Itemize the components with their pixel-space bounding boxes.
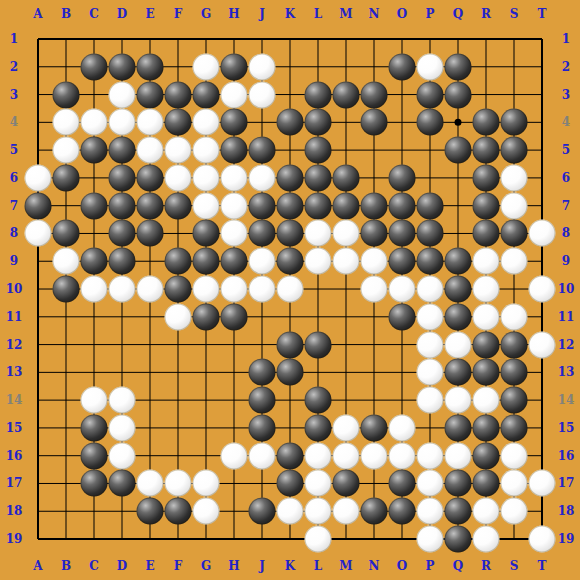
white-stone-E10: [137, 276, 164, 303]
white-stone-H7: [221, 192, 248, 219]
row-label-right: 4: [562, 115, 570, 129]
white-stone-G4: [193, 109, 220, 136]
black-stone-O8: [389, 220, 416, 247]
black-stone-N8: [361, 220, 388, 247]
black-stone-B10: [53, 276, 80, 303]
black-stone-Q13: [445, 359, 472, 386]
black-stone-E3: [137, 81, 164, 108]
white-stone-C14: [81, 387, 108, 414]
black-stone-P7: [417, 192, 444, 219]
column-label-top: K: [285, 7, 295, 21]
black-stone-S13: [501, 359, 528, 386]
white-stone-T19: [529, 526, 556, 553]
column-label-bottom: E: [145, 559, 154, 573]
black-stone-B3: [53, 81, 80, 108]
column-label-bottom: D: [117, 559, 127, 573]
column-label-top: P: [425, 7, 434, 21]
white-stone-O10: [389, 276, 416, 303]
row-label-right: 7: [562, 199, 570, 213]
white-stone-B5: [53, 137, 80, 164]
column-label-bottom: R: [481, 559, 491, 573]
black-stone-J18: [249, 498, 276, 525]
white-stone-L8: [305, 220, 332, 247]
black-stone-L4: [305, 109, 332, 136]
black-stone-O17: [389, 470, 416, 497]
black-stone-J8: [249, 220, 276, 247]
row-label-left: 18: [6, 504, 23, 518]
black-stone-F4: [165, 109, 192, 136]
row-label-left: 5: [10, 143, 18, 157]
black-stone-G11: [193, 303, 220, 330]
row-label-right: 11: [558, 310, 575, 324]
black-stone-R17: [473, 470, 500, 497]
white-stone-J6: [249, 164, 276, 191]
row-label-left: 16: [6, 449, 23, 463]
column-label-top: G: [201, 7, 211, 21]
black-stone-K7: [277, 192, 304, 219]
white-stone-Q12: [445, 331, 472, 358]
black-stone-N15: [361, 414, 388, 441]
row-label-left: 10: [6, 282, 23, 296]
row-label-right: 6: [562, 171, 570, 185]
black-stone-N4: [361, 109, 388, 136]
column-label-top: L: [314, 7, 322, 21]
black-stone-C15: [81, 414, 108, 441]
black-stone-M17: [333, 470, 360, 497]
white-stone-S16: [501, 442, 528, 469]
white-stone-D16: [109, 442, 136, 469]
black-stone-S8: [501, 220, 528, 247]
black-stone-O6: [389, 164, 416, 191]
white-stone-J2: [249, 53, 276, 80]
black-stone-B6: [53, 164, 80, 191]
white-stone-S7: [501, 192, 528, 219]
row-label-left: 14: [6, 393, 23, 407]
black-stone-Q17: [445, 470, 472, 497]
white-stone-M15: [333, 414, 360, 441]
black-stone-M6: [333, 164, 360, 191]
black-stone-K6: [277, 164, 304, 191]
white-stone-F11: [165, 303, 192, 330]
black-stone-R12: [473, 331, 500, 358]
white-stone-E4: [137, 109, 164, 136]
white-stone-P18: [417, 498, 444, 525]
white-stone-L18: [305, 498, 332, 525]
white-stone-G5: [193, 137, 220, 164]
white-stone-P13: [417, 359, 444, 386]
white-stone-F6: [165, 164, 192, 191]
row-label-left: 9: [10, 254, 18, 268]
black-stone-Q3: [445, 81, 472, 108]
column-label-top: D: [117, 7, 127, 21]
black-stone-K12: [277, 331, 304, 358]
white-stone-M18: [333, 498, 360, 525]
row-label-left: 4: [10, 115, 18, 129]
white-stone-D14: [109, 387, 136, 414]
column-label-top: R: [481, 7, 491, 21]
white-stone-P2: [417, 53, 444, 80]
column-label-bottom: C: [89, 559, 99, 573]
white-stone-A6: [25, 164, 52, 191]
black-stone-O7: [389, 192, 416, 219]
column-label-bottom: P: [425, 559, 434, 573]
white-stone-O16: [389, 442, 416, 469]
black-stone-Q9: [445, 248, 472, 275]
column-label-top: C: [89, 7, 99, 21]
row-label-left: 11: [6, 310, 23, 324]
white-stone-N9: [361, 248, 388, 275]
white-stone-T12: [529, 331, 556, 358]
white-stone-J3: [249, 81, 276, 108]
black-stone-E7: [137, 192, 164, 219]
column-label-bottom: G: [201, 559, 211, 573]
black-stone-G3: [193, 81, 220, 108]
black-stone-Q11: [445, 303, 472, 330]
black-stone-E2: [137, 53, 164, 80]
black-stone-F7: [165, 192, 192, 219]
white-stone-S17: [501, 470, 528, 497]
black-stone-S12: [501, 331, 528, 358]
black-stone-D7: [109, 192, 136, 219]
black-stone-F3: [165, 81, 192, 108]
column-label-bottom: L: [314, 559, 322, 573]
black-stone-D5: [109, 137, 136, 164]
black-stone-J7: [249, 192, 276, 219]
white-stone-C4: [81, 109, 108, 136]
white-stone-P19: [417, 526, 444, 553]
row-label-right: 15: [558, 421, 575, 435]
column-label-top: B: [61, 7, 71, 21]
black-stone-S14: [501, 387, 528, 414]
black-stone-L14: [305, 387, 332, 414]
row-label-left: 12: [6, 338, 23, 352]
black-stone-Q15: [445, 414, 472, 441]
white-stone-E17: [137, 470, 164, 497]
white-stone-J10: [249, 276, 276, 303]
black-stone-Q5: [445, 137, 472, 164]
black-stone-K4: [277, 109, 304, 136]
white-stone-B4: [53, 109, 80, 136]
column-label-top: T: [538, 7, 547, 21]
black-stone-K16: [277, 442, 304, 469]
column-label-top: N: [369, 7, 380, 21]
column-label-top: J: [259, 7, 265, 21]
white-stone-Q14: [445, 387, 472, 414]
white-stone-M9: [333, 248, 360, 275]
white-stone-G7: [193, 192, 220, 219]
white-stone-D10: [109, 276, 136, 303]
white-stone-H16: [221, 442, 248, 469]
row-label-right: 14: [558, 393, 575, 407]
row-label-right: 5: [562, 143, 570, 157]
black-stone-R13: [473, 359, 500, 386]
white-stone-H6: [221, 164, 248, 191]
column-label-bottom: J: [259, 559, 265, 573]
white-stone-P11: [417, 303, 444, 330]
white-stone-L17: [305, 470, 332, 497]
column-label-bottom: A: [33, 559, 42, 573]
white-stone-D15: [109, 414, 136, 441]
black-stone-R4: [473, 109, 500, 136]
row-label-left: 1: [10, 32, 18, 46]
column-label-top: S: [510, 7, 519, 21]
row-label-right: 13: [558, 365, 575, 379]
black-stone-D8: [109, 220, 136, 247]
white-stone-P14: [417, 387, 444, 414]
black-stone-H11: [221, 303, 248, 330]
black-stone-K17: [277, 470, 304, 497]
black-stone-D2: [109, 53, 136, 80]
column-label-bottom: N: [369, 559, 380, 573]
black-stone-P9: [417, 248, 444, 275]
black-stone-F9: [165, 248, 192, 275]
row-label-right: 8: [562, 226, 570, 240]
row-label-right: 10: [558, 282, 575, 296]
black-stone-R8: [473, 220, 500, 247]
white-stone-J16: [249, 442, 276, 469]
black-stone-C7: [81, 192, 108, 219]
white-stone-H3: [221, 81, 248, 108]
black-stone-D17: [109, 470, 136, 497]
column-label-bottom: O: [397, 559, 407, 573]
white-stone-K18: [277, 498, 304, 525]
black-stone-J15: [249, 414, 276, 441]
white-stone-N10: [361, 276, 388, 303]
black-stone-O11: [389, 303, 416, 330]
black-stone-S15: [501, 414, 528, 441]
row-label-left: 15: [6, 421, 23, 435]
white-stone-S11: [501, 303, 528, 330]
black-stone-C2: [81, 53, 108, 80]
black-stone-D6: [109, 164, 136, 191]
black-stone-N7: [361, 192, 388, 219]
column-label-bottom: Q: [453, 559, 463, 573]
black-stone-H5: [221, 137, 248, 164]
row-label-left: 3: [10, 88, 18, 102]
black-stone-Q19: [445, 526, 472, 553]
black-stone-Q18: [445, 498, 472, 525]
black-stone-R7: [473, 192, 500, 219]
black-stone-C17: [81, 470, 108, 497]
white-stone-L16: [305, 442, 332, 469]
black-stone-H9: [221, 248, 248, 275]
white-stone-S18: [501, 498, 528, 525]
row-label-right: 1: [562, 32, 570, 46]
black-stone-G8: [193, 220, 220, 247]
row-label-right: 19: [558, 532, 575, 546]
white-stone-O15: [389, 414, 416, 441]
black-stone-J5: [249, 137, 276, 164]
white-stone-P17: [417, 470, 444, 497]
black-stone-S5: [501, 137, 528, 164]
white-stone-S9: [501, 248, 528, 275]
black-stone-J13: [249, 359, 276, 386]
black-stone-L7: [305, 192, 332, 219]
column-label-top: O: [397, 7, 407, 21]
column-label-bottom: F: [174, 559, 183, 573]
black-stone-C5: [81, 137, 108, 164]
star-point: [455, 119, 462, 126]
white-stone-N16: [361, 442, 388, 469]
column-label-bottom: T: [538, 559, 547, 573]
white-stone-R19: [473, 526, 500, 553]
black-stone-Q10: [445, 276, 472, 303]
white-stone-R11: [473, 303, 500, 330]
black-stone-O18: [389, 498, 416, 525]
black-stone-K8: [277, 220, 304, 247]
white-stone-L19: [305, 526, 332, 553]
row-label-left: 17: [6, 476, 23, 490]
white-stone-R18: [473, 498, 500, 525]
black-stone-P8: [417, 220, 444, 247]
black-stone-P4: [417, 109, 444, 136]
black-stone-H4: [221, 109, 248, 136]
black-stone-L5: [305, 137, 332, 164]
column-label-top: M: [339, 7, 352, 21]
black-stone-H2: [221, 53, 248, 80]
black-stone-E8: [137, 220, 164, 247]
white-stone-P16: [417, 442, 444, 469]
white-stone-G17: [193, 470, 220, 497]
white-stone-K10: [277, 276, 304, 303]
white-stone-T10: [529, 276, 556, 303]
white-stone-Q16: [445, 442, 472, 469]
black-stone-P3: [417, 81, 444, 108]
column-label-top: H: [228, 7, 239, 21]
black-stone-R6: [473, 164, 500, 191]
white-stone-G2: [193, 53, 220, 80]
column-label-bottom: M: [339, 559, 352, 573]
black-stone-K9: [277, 248, 304, 275]
row-label-left: 7: [10, 199, 18, 213]
column-label-bottom: S: [510, 559, 519, 573]
row-label-left: 6: [10, 171, 18, 185]
row-label-right: 3: [562, 88, 570, 102]
black-stone-O9: [389, 248, 416, 275]
row-label-left: 19: [6, 532, 23, 546]
black-stone-G9: [193, 248, 220, 275]
black-stone-L3: [305, 81, 332, 108]
column-label-top: A: [33, 7, 42, 21]
column-label-top: E: [145, 7, 154, 21]
white-stone-T17: [529, 470, 556, 497]
white-stone-H8: [221, 220, 248, 247]
white-stone-F17: [165, 470, 192, 497]
white-stone-J9: [249, 248, 276, 275]
white-stone-D4: [109, 109, 136, 136]
white-stone-B9: [53, 248, 80, 275]
white-stone-D3: [109, 81, 136, 108]
black-stone-F18: [165, 498, 192, 525]
row-label-right: 12: [558, 338, 575, 352]
black-stone-D9: [109, 248, 136, 275]
black-stone-O2: [389, 53, 416, 80]
white-stone-E5: [137, 137, 164, 164]
white-stone-G6: [193, 164, 220, 191]
black-stone-S4: [501, 109, 528, 136]
column-label-top: Q: [453, 7, 463, 21]
white-stone-H10: [221, 276, 248, 303]
row-label-left: 8: [10, 226, 18, 240]
white-stone-S6: [501, 164, 528, 191]
black-stone-F10: [165, 276, 192, 303]
black-stone-R5: [473, 137, 500, 164]
black-stone-B8: [53, 220, 80, 247]
white-stone-M16: [333, 442, 360, 469]
black-stone-M7: [333, 192, 360, 219]
black-stone-Q2: [445, 53, 472, 80]
white-stone-L9: [305, 248, 332, 275]
row-label-right: 2: [562, 60, 570, 74]
black-stone-N3: [361, 81, 388, 108]
black-stone-A7: [25, 192, 52, 219]
black-stone-M3: [333, 81, 360, 108]
column-label-bottom: B: [61, 559, 71, 573]
black-stone-K13: [277, 359, 304, 386]
white-stone-F5: [165, 137, 192, 164]
white-stone-R10: [473, 276, 500, 303]
white-stone-C10: [81, 276, 108, 303]
black-stone-R16: [473, 442, 500, 469]
go-board[interactable]: AABBCCDDEEFFGGHHJJKKLLMMNNOOPPQQRRSSTT11…: [0, 0, 580, 580]
row-label-left: 13: [6, 365, 23, 379]
black-stone-E6: [137, 164, 164, 191]
white-stone-G18: [193, 498, 220, 525]
column-label-bottom: H: [228, 559, 239, 573]
row-label-right: 17: [558, 476, 575, 490]
row-label-right: 16: [558, 449, 575, 463]
white-stone-R9: [473, 248, 500, 275]
white-stone-R14: [473, 387, 500, 414]
row-label-right: 9: [562, 254, 570, 268]
black-stone-L12: [305, 331, 332, 358]
black-stone-E18: [137, 498, 164, 525]
white-stone-P12: [417, 331, 444, 358]
row-label-right: 18: [558, 504, 575, 518]
white-stone-A8: [25, 220, 52, 247]
black-stone-L15: [305, 414, 332, 441]
black-stone-L6: [305, 164, 332, 191]
black-stone-R15: [473, 414, 500, 441]
white-stone-M8: [333, 220, 360, 247]
column-label-top: F: [174, 7, 183, 21]
white-stone-G10: [193, 276, 220, 303]
black-stone-J14: [249, 387, 276, 414]
black-stone-C9: [81, 248, 108, 275]
black-stone-C16: [81, 442, 108, 469]
column-label-bottom: K: [285, 559, 295, 573]
white-stone-P10: [417, 276, 444, 303]
row-label-left: 2: [10, 60, 18, 74]
white-stone-T8: [529, 220, 556, 247]
black-stone-N18: [361, 498, 388, 525]
